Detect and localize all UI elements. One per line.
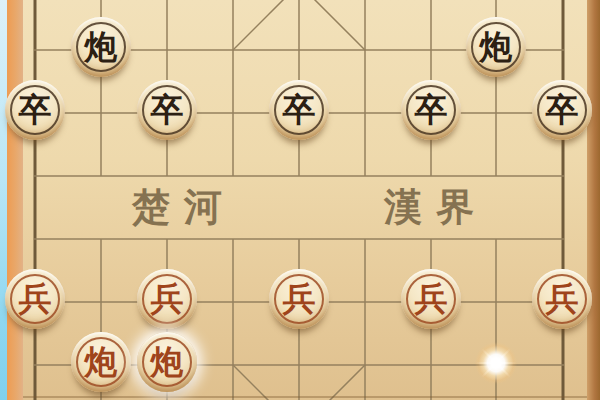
xiangqi-board-screenshot: 楚河 漢界 炮炮卒卒卒卒卒兵兵兵兵兵炮炮 [0, 0, 600, 400]
piece-glyph: 兵 [283, 282, 316, 315]
piece-glyph: 炮 [151, 345, 184, 378]
piece-red-cannon-b7[interactable]: 炮 [71, 332, 131, 392]
river-label-han-jie: 漢界 [384, 186, 488, 228]
piece-black-cannon-h2[interactable]: 炮 [466, 17, 526, 77]
piece-black-cannon-b2[interactable]: 炮 [71, 17, 131, 77]
piece-glyph: 卒 [283, 93, 316, 126]
piece-black-soldier-c3[interactable]: 卒 [137, 80, 197, 140]
piece-black-soldier-a3[interactable]: 卒 [5, 80, 65, 140]
river-label-chu-he: 楚河 [132, 186, 236, 228]
piece-red-soldier-g6[interactable]: 兵 [401, 269, 461, 329]
piece-black-soldier-i3[interactable]: 卒 [532, 80, 592, 140]
piece-glyph: 兵 [415, 282, 448, 315]
piece-glyph: 兵 [546, 282, 579, 315]
piece-glyph: 兵 [151, 282, 184, 315]
piece-glyph: 卒 [546, 93, 579, 126]
piece-red-soldier-c6[interactable]: 兵 [137, 269, 197, 329]
bottom-edge-line [23, 396, 587, 398]
piece-red-cannon-c7[interactable]: 炮 [137, 332, 197, 392]
piece-glyph: 卒 [151, 93, 184, 126]
piece-glyph: 兵 [19, 282, 52, 315]
piece-glyph: 卒 [19, 93, 52, 126]
piece-glyph: 炮 [480, 30, 513, 63]
piece-glyph: 卒 [415, 93, 448, 126]
piece-glyph: 炮 [85, 30, 118, 63]
piece-red-soldier-a6[interactable]: 兵 [5, 269, 65, 329]
piece-red-soldier-e6[interactable]: 兵 [269, 269, 329, 329]
piece-glyph: 炮 [85, 345, 118, 378]
piece-black-soldier-e3[interactable]: 卒 [269, 80, 329, 140]
piece-red-soldier-i6[interactable]: 兵 [532, 269, 592, 329]
piece-black-soldier-g3[interactable]: 卒 [401, 80, 461, 140]
